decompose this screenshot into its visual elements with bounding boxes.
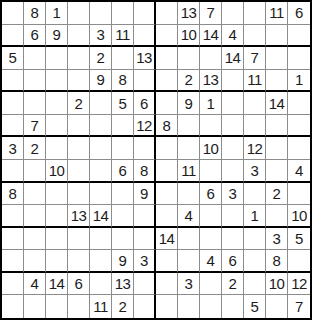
cell-r14c7[interactable] — [134, 295, 156, 318]
cell-r11c8[interactable]: 14 — [156, 228, 178, 251]
cell-r7c14[interactable] — [288, 137, 310, 160]
cell-r14c11[interactable] — [222, 295, 244, 318]
cell-r12c13[interactable]: 8 — [266, 250, 288, 273]
cell-r10c6[interactable] — [112, 205, 134, 228]
cell-r4c2[interactable] — [24, 70, 46, 93]
cell-r10c4[interactable]: 13 — [68, 205, 90, 228]
cell-r9c13[interactable]: 2 — [266, 183, 288, 206]
cell-r4c6[interactable]: 8 — [112, 70, 134, 93]
cell-r2c13[interactable] — [266, 25, 288, 48]
cell-r10c2[interactable] — [24, 205, 46, 228]
cell-r14c3[interactable] — [46, 295, 68, 318]
cell-r11c4[interactable] — [68, 228, 90, 251]
cell-r10c1[interactable] — [2, 205, 24, 228]
cell-r1c4[interactable] — [68, 2, 90, 25]
cell-r5c14[interactable] — [288, 92, 310, 115]
cell-r4c1[interactable] — [2, 70, 24, 93]
cell-r13c11[interactable]: 2 — [222, 273, 244, 296]
cell-r9c10[interactable]: 6 — [200, 183, 222, 206]
cell-r1c11[interactable] — [222, 2, 244, 25]
cell-r14c5[interactable]: 11 — [90, 295, 112, 318]
cell-r11c5[interactable] — [90, 228, 112, 251]
cell-r6c4[interactable] — [68, 115, 90, 138]
cell-r7c7[interactable] — [134, 137, 156, 160]
cell-r2c1[interactable] — [2, 25, 24, 48]
cell-r5c10[interactable]: 1 — [200, 92, 222, 115]
cell-r9c3[interactable] — [46, 183, 68, 206]
cell-r4c9[interactable]: 2 — [178, 70, 200, 93]
cell-r5c6[interactable]: 5 — [112, 92, 134, 115]
cell-r12c10[interactable]: 4 — [200, 250, 222, 273]
cell-r11c6[interactable] — [112, 228, 134, 251]
cell-r3c6[interactable] — [112, 47, 134, 70]
cell-r13c1[interactable] — [2, 273, 24, 296]
cell-r4c14[interactable]: 1 — [288, 70, 310, 93]
cell-r2c2[interactable]: 6 — [24, 25, 46, 48]
cell-r5c12[interactable] — [244, 92, 266, 115]
cell-r2c5[interactable]: 3 — [90, 25, 112, 48]
cell-r7c9[interactable] — [178, 137, 200, 160]
cell-r10c7[interactable] — [134, 205, 156, 228]
cell-r8c3[interactable]: 10 — [46, 160, 68, 183]
cell-r11c9[interactable] — [178, 228, 200, 251]
cell-r1c2[interactable]: 8 — [24, 2, 46, 25]
cell-r9c12[interactable] — [244, 183, 266, 206]
cell-r12c6[interactable]: 9 — [112, 250, 134, 273]
cell-r8c13[interactable] — [266, 160, 288, 183]
page: 8113711669311101445213147982131112569114… — [0, 0, 312, 320]
cell-r10c13[interactable] — [266, 205, 288, 228]
cell-r4c13[interactable] — [266, 70, 288, 93]
cell-r12c2[interactable] — [24, 250, 46, 273]
cell-r6c13[interactable] — [266, 115, 288, 138]
cell-r2c3[interactable]: 9 — [46, 25, 68, 48]
cell-r11c7[interactable] — [134, 228, 156, 251]
cell-r11c14[interactable]: 5 — [288, 228, 310, 251]
cell-r12c8[interactable] — [156, 250, 178, 273]
cell-r3c12[interactable]: 7 — [244, 47, 266, 70]
cell-r11c13[interactable]: 3 — [266, 228, 288, 251]
cell-r6c1[interactable] — [2, 115, 24, 138]
cell-r8c4[interactable] — [68, 160, 90, 183]
cell-r9c7[interactable]: 9 — [134, 183, 156, 206]
cell-r2c8[interactable] — [156, 25, 178, 48]
cell-r3c5[interactable]: 2 — [90, 47, 112, 70]
cell-r4c7[interactable] — [134, 70, 156, 93]
cell-r4c11[interactable] — [222, 70, 244, 93]
cell-r12c1[interactable] — [2, 250, 24, 273]
cell-r1c9[interactable]: 13 — [178, 2, 200, 25]
cell-r13c2[interactable]: 4 — [24, 273, 46, 296]
cell-r12c12[interactable] — [244, 250, 266, 273]
cell-r8c14[interactable]: 4 — [288, 160, 310, 183]
cell-r9c8[interactable] — [156, 183, 178, 206]
cell-r3c2[interactable] — [24, 47, 46, 70]
cell-r1c3[interactable]: 1 — [46, 2, 68, 25]
cell-r5c11[interactable] — [222, 92, 244, 115]
cell-r5c2[interactable] — [24, 92, 46, 115]
cell-r6c12[interactable] — [244, 115, 266, 138]
cell-r6c5[interactable] — [90, 115, 112, 138]
cell-r13c3[interactable]: 14 — [46, 273, 68, 296]
cell-r10c12[interactable]: 1 — [244, 205, 266, 228]
cell-r13c9[interactable]: 3 — [178, 273, 200, 296]
cell-r4c4[interactable] — [68, 70, 90, 93]
cell-r2c4[interactable] — [68, 25, 90, 48]
cell-r12c4[interactable] — [68, 250, 90, 273]
cell-r4c12[interactable]: 11 — [244, 70, 266, 93]
cell-r7c10[interactable]: 10 — [200, 137, 222, 160]
cell-r14c4[interactable] — [68, 295, 90, 318]
cell-r10c14[interactable]: 10 — [288, 205, 310, 228]
cell-r14c1[interactable] — [2, 295, 24, 318]
cell-r14c8[interactable] — [156, 295, 178, 318]
cell-r9c5[interactable] — [90, 183, 112, 206]
cell-r11c1[interactable] — [2, 228, 24, 251]
cell-r8c9[interactable]: 11 — [178, 160, 200, 183]
cell-r2c6[interactable]: 11 — [112, 25, 134, 48]
cell-r10c3[interactable] — [46, 205, 68, 228]
cell-r7c5[interactable] — [90, 137, 112, 160]
cell-r7c1[interactable]: 3 — [2, 137, 24, 160]
cell-r13c7[interactable] — [134, 273, 156, 296]
cell-r6c14[interactable] — [288, 115, 310, 138]
cell-r9c11[interactable]: 3 — [222, 183, 244, 206]
cell-r8c10[interactable] — [200, 160, 222, 183]
cell-r1c1[interactable] — [2, 2, 24, 25]
cell-r4c8[interactable] — [156, 70, 178, 93]
cell-r1c8[interactable] — [156, 2, 178, 25]
cell-r13c13[interactable]: 10 — [266, 273, 288, 296]
cell-r12c3[interactable] — [46, 250, 68, 273]
cell-r5c13[interactable]: 14 — [266, 92, 288, 115]
cell-r4c3[interactable] — [46, 70, 68, 93]
cell-r5c5[interactable] — [90, 92, 112, 115]
cell-r13c8[interactable] — [156, 273, 178, 296]
cell-r7c12[interactable]: 12 — [244, 137, 266, 160]
cell-r2c12[interactable] — [244, 25, 266, 48]
cell-r1c12[interactable] — [244, 2, 266, 25]
cell-r6c8[interactable]: 8 — [156, 115, 178, 138]
cell-r3c14[interactable] — [288, 47, 310, 70]
cell-r1c6[interactable] — [112, 2, 134, 25]
cell-r3c7[interactable]: 13 — [134, 47, 156, 70]
cell-r10c9[interactable]: 4 — [178, 205, 200, 228]
cell-r9c14[interactable] — [288, 183, 310, 206]
cell-r7c3[interactable] — [46, 137, 68, 160]
cell-r5c7[interactable]: 6 — [134, 92, 156, 115]
cell-r7c6[interactable] — [112, 137, 134, 160]
cell-r13c12[interactable] — [244, 273, 266, 296]
cell-r8c2[interactable] — [24, 160, 46, 183]
cell-r10c10[interactable] — [200, 205, 222, 228]
cell-r4c5[interactable]: 9 — [90, 70, 112, 93]
cell-r11c2[interactable] — [24, 228, 46, 251]
cell-r5c9[interactable]: 9 — [178, 92, 200, 115]
cell-r8c6[interactable]: 6 — [112, 160, 134, 183]
cell-r5c8[interactable] — [156, 92, 178, 115]
cell-r6c6[interactable] — [112, 115, 134, 138]
cell-r3c9[interactable] — [178, 47, 200, 70]
cell-r9c2[interactable] — [24, 183, 46, 206]
cell-r10c5[interactable]: 14 — [90, 205, 112, 228]
cell-r3c11[interactable]: 14 — [222, 47, 244, 70]
cell-r1c5[interactable] — [90, 2, 112, 25]
cell-r6c10[interactable] — [200, 115, 222, 138]
cell-r7c4[interactable] — [68, 137, 90, 160]
cell-r14c12[interactable]: 5 — [244, 295, 266, 318]
cell-r14c14[interactable]: 7 — [288, 295, 310, 318]
cell-r3c4[interactable] — [68, 47, 90, 70]
cell-r3c10[interactable] — [200, 47, 222, 70]
cell-r2c10[interactable]: 14 — [200, 25, 222, 48]
cell-r7c2[interactable]: 2 — [24, 137, 46, 160]
cell-r8c1[interactable] — [2, 160, 24, 183]
cell-r11c12[interactable] — [244, 228, 266, 251]
cell-r11c10[interactable] — [200, 228, 222, 251]
cell-r9c9[interactable] — [178, 183, 200, 206]
cell-r3c13[interactable] — [266, 47, 288, 70]
cell-r12c5[interactable] — [90, 250, 112, 273]
cell-r3c8[interactable] — [156, 47, 178, 70]
cell-r14c10[interactable] — [200, 295, 222, 318]
cell-r9c1[interactable]: 8 — [2, 183, 24, 206]
cell-r12c7[interactable]: 3 — [134, 250, 156, 273]
cell-r1c10[interactable]: 7 — [200, 2, 222, 25]
cell-r12c11[interactable]: 6 — [222, 250, 244, 273]
cell-r2c9[interactable]: 10 — [178, 25, 200, 48]
cell-r7c13[interactable] — [266, 137, 288, 160]
cell-r8c12[interactable]: 3 — [244, 160, 266, 183]
cell-r6c3[interactable] — [46, 115, 68, 138]
cell-r6c2[interactable]: 7 — [24, 115, 46, 138]
cell-r8c7[interactable]: 8 — [134, 160, 156, 183]
sudoku-board: 8113711669311101445213147982131112569114… — [0, 0, 312, 320]
cell-r13c4[interactable]: 6 — [68, 273, 90, 296]
cell-r13c5[interactable] — [90, 273, 112, 296]
cell-r14c13[interactable] — [266, 295, 288, 318]
cell-r8c5[interactable] — [90, 160, 112, 183]
cell-r5c1[interactable] — [2, 92, 24, 115]
cell-r6c7[interactable]: 12 — [134, 115, 156, 138]
cell-r2c11[interactable]: 4 — [222, 25, 244, 48]
cell-r5c3[interactable] — [46, 92, 68, 115]
cell-r4c10[interactable]: 13 — [200, 70, 222, 93]
cell-r11c3[interactable] — [46, 228, 68, 251]
cell-r1c13[interactable]: 11 — [266, 2, 288, 25]
cell-r7c8[interactable] — [156, 137, 178, 160]
cell-r8c8[interactable] — [156, 160, 178, 183]
cell-r6c9[interactable] — [178, 115, 200, 138]
cell-r1c7[interactable] — [134, 2, 156, 25]
cell-r12c14[interactable] — [288, 250, 310, 273]
cell-r12c9[interactable] — [178, 250, 200, 273]
cell-r1c14[interactable]: 6 — [288, 2, 310, 25]
cell-r3c3[interactable] — [46, 47, 68, 70]
cell-r14c6[interactable]: 2 — [112, 295, 134, 318]
cell-r7c11[interactable] — [222, 137, 244, 160]
cell-r6c11[interactable] — [222, 115, 244, 138]
cell-r2c14[interactable] — [288, 25, 310, 48]
cell-r9c4[interactable] — [68, 183, 90, 206]
cell-r14c2[interactable] — [24, 295, 46, 318]
cell-r8c11[interactable] — [222, 160, 244, 183]
cell-r2c7[interactable] — [134, 25, 156, 48]
cell-r13c6[interactable]: 13 — [112, 273, 134, 296]
cell-r10c8[interactable] — [156, 205, 178, 228]
cell-r14c9[interactable] — [178, 295, 200, 318]
cell-r11c11[interactable] — [222, 228, 244, 251]
cell-r13c10[interactable] — [200, 273, 222, 296]
cell-r3c1[interactable]: 5 — [2, 47, 24, 70]
cell-r13c14[interactable]: 12 — [288, 273, 310, 296]
cell-r9c6[interactable] — [112, 183, 134, 206]
cell-r10c11[interactable] — [222, 205, 244, 228]
cell-r5c4[interactable]: 2 — [68, 92, 90, 115]
